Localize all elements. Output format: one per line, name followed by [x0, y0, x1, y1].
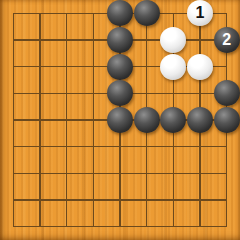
board-point[interactable] — [27, 53, 54, 80]
board-point[interactable] — [160, 27, 187, 54]
board-point[interactable] — [187, 160, 214, 187]
board-point[interactable] — [213, 160, 240, 187]
board-point[interactable] — [0, 80, 27, 107]
board-point[interactable] — [160, 160, 187, 187]
white-stone: 1 — [187, 0, 213, 26]
board-point[interactable] — [27, 107, 54, 134]
board-point[interactable] — [107, 160, 134, 187]
board-point[interactable] — [187, 80, 214, 107]
board-point[interactable] — [133, 53, 160, 80]
goban: 12 — [0, 0, 240, 240]
white-stone — [187, 54, 213, 80]
board-point[interactable] — [160, 187, 187, 214]
board-point[interactable] — [53, 133, 80, 160]
black-stone — [187, 107, 213, 133]
board-point[interactable] — [80, 133, 107, 160]
board-point[interactable] — [53, 53, 80, 80]
board-point[interactable] — [80, 107, 107, 134]
board-point[interactable] — [27, 160, 54, 187]
board-point[interactable] — [0, 53, 27, 80]
board-point[interactable] — [53, 187, 80, 214]
board-point[interactable] — [133, 80, 160, 107]
board-point[interactable] — [160, 53, 187, 80]
board-point[interactable] — [27, 213, 54, 240]
board-point[interactable]: 2 — [213, 27, 240, 54]
black-stone — [134, 107, 160, 133]
black-stone: 2 — [214, 27, 240, 53]
board-point[interactable] — [0, 107, 27, 134]
black-stone — [107, 80, 133, 106]
board-point[interactable] — [160, 107, 187, 134]
board-point[interactable] — [53, 27, 80, 54]
board-point[interactable]: 1 — [187, 0, 214, 27]
board-point[interactable] — [213, 133, 240, 160]
black-stone — [107, 0, 133, 26]
board-point[interactable] — [53, 80, 80, 107]
board-point[interactable] — [80, 160, 107, 187]
board-point[interactable] — [0, 187, 27, 214]
black-stone — [214, 107, 240, 133]
board-point[interactable] — [213, 187, 240, 214]
board-point[interactable] — [107, 0, 134, 27]
board-point[interactable] — [0, 133, 27, 160]
board-point[interactable] — [0, 213, 27, 240]
black-stone — [160, 107, 186, 133]
board-point[interactable] — [107, 27, 134, 54]
board-point[interactable] — [27, 187, 54, 214]
board-point[interactable] — [213, 80, 240, 107]
white-stone — [160, 54, 186, 80]
board-point[interactable] — [133, 160, 160, 187]
goban-grid: 12 — [0, 0, 240, 240]
board-point[interactable] — [80, 213, 107, 240]
board-point[interactable] — [27, 0, 54, 27]
board-point[interactable] — [0, 0, 27, 27]
board-point[interactable] — [0, 27, 27, 54]
move-number-label: 2 — [222, 31, 231, 47]
board-point[interactable] — [53, 0, 80, 27]
board-point[interactable] — [107, 80, 134, 107]
move-number-label: 1 — [196, 5, 205, 21]
black-stone — [107, 54, 133, 80]
board-point[interactable] — [27, 80, 54, 107]
board-point[interactable] — [133, 213, 160, 240]
board-point[interactable] — [187, 27, 214, 54]
board-point[interactable] — [213, 0, 240, 27]
board-point[interactable] — [187, 187, 214, 214]
board-point[interactable] — [213, 107, 240, 134]
board-point[interactable] — [160, 133, 187, 160]
board-point[interactable] — [160, 0, 187, 27]
black-stone — [134, 0, 160, 26]
board-point[interactable] — [53, 213, 80, 240]
board-point[interactable] — [133, 133, 160, 160]
board-point[interactable] — [133, 27, 160, 54]
board-point[interactable] — [133, 107, 160, 134]
board-point[interactable] — [187, 133, 214, 160]
board-point[interactable] — [160, 80, 187, 107]
board-point[interactable] — [80, 0, 107, 27]
board-point[interactable] — [53, 160, 80, 187]
board-point[interactable] — [107, 107, 134, 134]
board-point[interactable] — [107, 53, 134, 80]
black-stone — [107, 107, 133, 133]
white-stone — [160, 27, 186, 53]
board-point[interactable] — [80, 27, 107, 54]
board-point[interactable] — [187, 213, 214, 240]
board-point[interactable] — [107, 187, 134, 214]
board-point[interactable] — [187, 53, 214, 80]
board-point[interactable] — [133, 187, 160, 214]
board-point[interactable] — [213, 213, 240, 240]
board-point[interactable] — [27, 133, 54, 160]
board-point[interactable] — [53, 107, 80, 134]
board-point[interactable] — [80, 53, 107, 80]
board-point[interactable] — [0, 160, 27, 187]
board-point[interactable] — [107, 213, 134, 240]
black-stone — [107, 27, 133, 53]
board-point[interactable] — [80, 80, 107, 107]
black-stone — [214, 80, 240, 106]
board-point[interactable] — [213, 53, 240, 80]
board-point[interactable] — [107, 133, 134, 160]
board-point[interactable] — [160, 213, 187, 240]
board-point[interactable] — [187, 107, 214, 134]
board-point[interactable] — [133, 0, 160, 27]
board-point[interactable] — [27, 27, 54, 54]
board-point[interactable] — [80, 187, 107, 214]
